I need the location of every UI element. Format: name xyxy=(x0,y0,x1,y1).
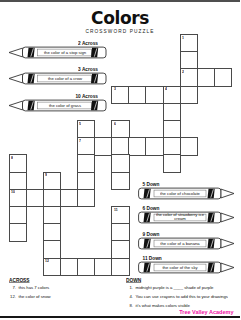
grid-cell[interactable] xyxy=(163,137,181,155)
grid-clue-number: 6 xyxy=(114,122,116,126)
grid-cell[interactable] xyxy=(43,189,61,207)
grid-cell[interactable] xyxy=(77,172,95,190)
grid-cell[interactable] xyxy=(26,189,44,207)
grid-cell[interactable] xyxy=(43,240,61,258)
crayon-clue-11-down: 11 Down the color of the sky xyxy=(138,255,235,274)
page-subtitle-wrap: CROSSWORD PUZZLE xyxy=(0,28,240,34)
grid-cell[interactable] xyxy=(180,137,198,155)
crayon-clue-5-down: 5 Down the color of chocolate xyxy=(138,181,235,200)
grid-cell[interactable]: 8 xyxy=(9,154,27,172)
grid-cell[interactable]: 11 xyxy=(111,206,129,224)
grid-clue-number: 10 xyxy=(11,190,15,194)
across-header: ACROSS xyxy=(9,277,127,283)
bottom-rule xyxy=(0,316,240,318)
grid-cell[interactable] xyxy=(163,154,181,172)
colors-crossword-page: { "game": "crossword", "title": "Colors"… xyxy=(0,0,240,320)
clue-text: this has 7 colors xyxy=(19,285,128,290)
crayon-clue-text: the color of a crow xyxy=(38,75,92,82)
grid-cell[interactable] xyxy=(163,120,181,138)
crayon-clue-text: the color of chocolate xyxy=(154,190,206,197)
clue-text: midnight purple is a ____ shade of purpl… xyxy=(136,285,241,290)
grid-cell[interactable] xyxy=(94,258,112,276)
crayon-clue-3-across: 3 Across the color of a crow xyxy=(8,66,107,85)
grid-cell[interactable] xyxy=(94,137,112,155)
grid-clue-number: 3 xyxy=(114,87,116,91)
grid-cell[interactable] xyxy=(111,258,129,276)
grid-clue-number: 9 xyxy=(45,173,47,177)
grid-clue-number: 7 xyxy=(79,139,81,143)
down-header: DOWN xyxy=(126,277,240,283)
down-clue-8: 8. it's what makes colors visible xyxy=(126,303,240,308)
grid-cell[interactable]: 2 xyxy=(180,68,198,86)
tree-valley-academy-watermark: Tree Valley Academy xyxy=(179,309,233,315)
clue-number: 12. xyxy=(9,294,16,299)
grid-cell[interactable] xyxy=(43,223,61,241)
crayon-clue-text: the color of strawberry ice cream xyxy=(156,213,204,221)
grid-clue-number: 1 xyxy=(182,36,184,40)
across-clue-list: ACROSS 7. this has 7 colors 12. the colo… xyxy=(9,277,129,320)
crayon-3-across: the color of a crow xyxy=(8,72,107,85)
grid-cell[interactable] xyxy=(9,223,27,241)
grid-cell[interactable] xyxy=(77,189,95,207)
clue-text: the color of snow xyxy=(19,294,128,299)
grid-cell[interactable]: 3 xyxy=(111,86,129,104)
grid-cell[interactable] xyxy=(128,137,146,155)
clue-number: 1. xyxy=(126,285,133,290)
crayon-clue-text: the color of grass xyxy=(38,102,92,109)
grid-clue-number: 4 xyxy=(165,87,167,91)
crayon-9-down: the color of a banana xyxy=(138,237,235,250)
grid-cell[interactable]: 4 xyxy=(163,86,181,104)
grid-cell[interactable]: 5 xyxy=(77,120,95,138)
grid-cell[interactable]: 7 xyxy=(77,137,95,155)
grid-cell[interactable] xyxy=(128,86,146,104)
across-clue-12: 12. the color of snow xyxy=(9,294,127,299)
grid-cell[interactable]: 1 xyxy=(180,34,198,52)
page-title: Colors xyxy=(0,8,240,28)
crayon-clue-2-across: 2 Across the color of a stop sign xyxy=(8,40,107,59)
grid-clue-number: 5 xyxy=(79,122,81,126)
grid-cell[interactable] xyxy=(77,154,95,172)
grid-cell[interactable] xyxy=(111,223,129,241)
crayon-clue-10-across: 10 Across the color of grass xyxy=(8,93,107,112)
crayon-2-across: the color of a stop sign xyxy=(8,46,107,59)
grid-cell[interactable] xyxy=(111,137,129,155)
grid-cell[interactable]: 9 xyxy=(43,172,61,190)
crayon-clue-text: the color of a banana xyxy=(154,240,206,247)
grid-cell[interactable] xyxy=(111,172,129,190)
grid-cell[interactable]: 12 xyxy=(43,258,61,276)
crayon-11-down: the color of the sky xyxy=(138,261,235,274)
grid-cell[interactable]: 6 xyxy=(111,120,129,138)
grid-cell[interactable] xyxy=(43,206,61,224)
clue-text: You can use crayons to add this to your … xyxy=(136,294,241,299)
grid-cell[interactable] xyxy=(9,172,27,190)
grid-cell[interactable]: 10 xyxy=(9,189,27,207)
grid-clue-number: 8 xyxy=(11,156,13,160)
down-clue-1: 1. midnight purple is a ____ shade of pu… xyxy=(126,285,240,290)
clue-number: 8. xyxy=(126,303,133,308)
crayon-clue-9-down: 9 Down the color of a banana xyxy=(138,231,235,250)
crayon-10-across: the color of grass xyxy=(8,99,107,112)
crayon-clue-6-down: 6 Down the color of strawberry ice cream xyxy=(138,205,235,224)
page-subtitle: CROSSWORD PUZZLE xyxy=(0,28,240,34)
grid-cell[interactable] xyxy=(60,189,78,207)
crayon-5-down: the color of chocolate xyxy=(138,187,235,200)
top-rule xyxy=(0,0,240,2)
grid-clue-number: 12 xyxy=(45,259,49,263)
grid-cell[interactable] xyxy=(145,137,163,155)
down-clue-4: 4. You can use crayons to add this to yo… xyxy=(126,294,240,299)
grid-clue-number: 11 xyxy=(114,208,118,212)
grid-cell[interactable] xyxy=(111,154,129,172)
clue-number: 4. xyxy=(126,294,133,299)
grid-cell[interactable] xyxy=(60,258,78,276)
crayon-6-down: the color of strawberry ice cream xyxy=(138,211,235,224)
crayon-clue-text: the color of a stop sign xyxy=(38,49,92,56)
grid-clue-number: 2 xyxy=(182,70,184,74)
grid-cell[interactable] xyxy=(9,206,27,224)
grid-cell[interactable] xyxy=(145,86,163,104)
grid-cell[interactable] xyxy=(180,86,198,104)
clue-number: 7. xyxy=(9,285,16,290)
grid-cell[interactable] xyxy=(214,68,232,86)
grid-cell[interactable] xyxy=(163,103,181,121)
grid-cell[interactable] xyxy=(197,68,215,86)
grid-cell[interactable] xyxy=(111,240,129,258)
grid-cell[interactable] xyxy=(77,258,95,276)
across-clue-7: 7. this has 7 colors xyxy=(9,285,127,290)
crayon-clue-text: the color of the sky xyxy=(154,264,206,271)
grid-cell[interactable] xyxy=(180,51,198,69)
clue-text: it's what makes colors visible xyxy=(136,303,241,308)
